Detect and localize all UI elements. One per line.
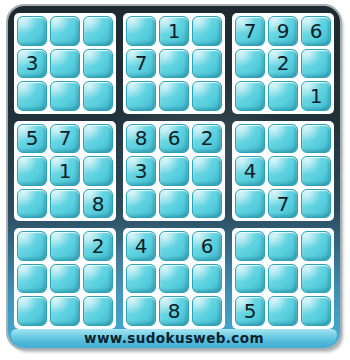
cell-r7c3[interactable]: 2 [83, 231, 113, 261]
cell-r8c9[interactable] [301, 264, 331, 294]
cell-r5c7[interactable]: 4 [235, 156, 265, 186]
website-link[interactable]: www.sudokusweb.com [84, 330, 264, 346]
cell-r1c5[interactable]: 1 [159, 16, 189, 46]
cell-r6c8[interactable]: 7 [268, 189, 298, 219]
cell-r5c8[interactable] [268, 156, 298, 186]
board-frame: 31779621571886234724685 www.sudokusweb.c… [8, 6, 340, 348]
cell-r2c8[interactable]: 2 [268, 49, 298, 79]
cell-r9c3[interactable] [83, 296, 113, 326]
cell-r5c6[interactable] [192, 156, 222, 186]
cell-r1c3[interactable] [83, 16, 113, 46]
cell-r7c5[interactable] [159, 231, 189, 261]
cell-r7c7[interactable] [235, 231, 265, 261]
cell-r9c9[interactable] [301, 296, 331, 326]
cell-r3c5[interactable] [159, 81, 189, 111]
box-2-3: 47 [232, 121, 334, 222]
cell-r1c1[interactable] [17, 16, 47, 46]
cell-r2c7[interactable] [235, 49, 265, 79]
box-3-3: 5 [232, 228, 334, 329]
cell-r9c4[interactable] [126, 296, 156, 326]
cell-r7c8[interactable] [268, 231, 298, 261]
box-1-3: 79621 [232, 13, 334, 114]
cell-r6c5[interactable] [159, 189, 189, 219]
cell-r7c2[interactable] [50, 231, 80, 261]
cell-r6c2[interactable] [50, 189, 80, 219]
cell-r4c8[interactable] [268, 124, 298, 154]
box-2-1: 5718 [14, 121, 116, 222]
cell-r1c9[interactable]: 6 [301, 16, 331, 46]
cell-r2c5[interactable] [159, 49, 189, 79]
cell-r6c1[interactable] [17, 189, 47, 219]
cell-r1c7[interactable]: 7 [235, 16, 265, 46]
cell-r9c5[interactable]: 8 [159, 296, 189, 326]
cell-r8c3[interactable] [83, 264, 113, 294]
cell-r9c2[interactable] [50, 296, 80, 326]
cell-r4c6[interactable]: 2 [192, 124, 222, 154]
cell-r4c7[interactable] [235, 124, 265, 154]
cell-r5c5[interactable] [159, 156, 189, 186]
cell-r5c2[interactable]: 1 [50, 156, 80, 186]
box-1-1: 3 [14, 13, 116, 114]
cell-r2c4[interactable]: 7 [126, 49, 156, 79]
cell-r2c3[interactable] [83, 49, 113, 79]
cell-r9c7[interactable]: 5 [235, 296, 265, 326]
cell-r5c4[interactable]: 3 [126, 156, 156, 186]
cell-r8c6[interactable] [192, 264, 222, 294]
cell-r1c4[interactable] [126, 16, 156, 46]
cell-r3c6[interactable] [192, 81, 222, 111]
cell-r7c6[interactable]: 6 [192, 231, 222, 261]
cell-r9c6[interactable] [192, 296, 222, 326]
cell-r7c9[interactable] [301, 231, 331, 261]
cell-r2c1[interactable]: 3 [17, 49, 47, 79]
cell-r7c1[interactable] [17, 231, 47, 261]
cell-r6c3[interactable]: 8 [83, 189, 113, 219]
cell-r3c4[interactable] [126, 81, 156, 111]
cell-r5c9[interactable] [301, 156, 331, 186]
box-2-2: 8623 [123, 121, 225, 222]
cell-r1c2[interactable] [50, 16, 80, 46]
footer-bar: www.sudokusweb.com [11, 329, 337, 346]
cell-r6c9[interactable] [301, 189, 331, 219]
cell-r8c5[interactable] [159, 264, 189, 294]
box-3-2: 468 [123, 228, 225, 329]
cell-r9c8[interactable] [268, 296, 298, 326]
cell-r6c6[interactable] [192, 189, 222, 219]
cell-r3c2[interactable] [50, 81, 80, 111]
cell-r3c8[interactable] [268, 81, 298, 111]
cell-r8c2[interactable] [50, 264, 80, 294]
cell-r8c4[interactable] [126, 264, 156, 294]
cell-r8c1[interactable] [17, 264, 47, 294]
cell-r9c1[interactable] [17, 296, 47, 326]
cell-r4c1[interactable]: 5 [17, 124, 47, 154]
cell-r2c2[interactable] [50, 49, 80, 79]
box-1-2: 17 [123, 13, 225, 114]
cell-r6c4[interactable] [126, 189, 156, 219]
cell-r5c1[interactable] [17, 156, 47, 186]
cell-r6c7[interactable] [235, 189, 265, 219]
cell-r2c6[interactable] [192, 49, 222, 79]
cell-r2c9[interactable] [301, 49, 331, 79]
cell-r4c5[interactable]: 6 [159, 124, 189, 154]
cell-r5c3[interactable] [83, 156, 113, 186]
cell-r3c9[interactable]: 1 [301, 81, 331, 111]
cell-r8c7[interactable] [235, 264, 265, 294]
cell-r4c9[interactable] [301, 124, 331, 154]
cell-r3c3[interactable] [83, 81, 113, 111]
cell-r7c4[interactable]: 4 [126, 231, 156, 261]
cell-r3c1[interactable] [17, 81, 47, 111]
cell-r3c7[interactable] [235, 81, 265, 111]
cell-r4c2[interactable]: 7 [50, 124, 80, 154]
cell-r4c4[interactable]: 8 [126, 124, 156, 154]
cell-r1c8[interactable]: 9 [268, 16, 298, 46]
cell-r8c8[interactable] [268, 264, 298, 294]
cell-r1c6[interactable] [192, 16, 222, 46]
cell-r4c3[interactable] [83, 124, 113, 154]
sudoku-board: 31779621571886234724685 [14, 13, 334, 329]
box-3-1: 2 [14, 228, 116, 329]
